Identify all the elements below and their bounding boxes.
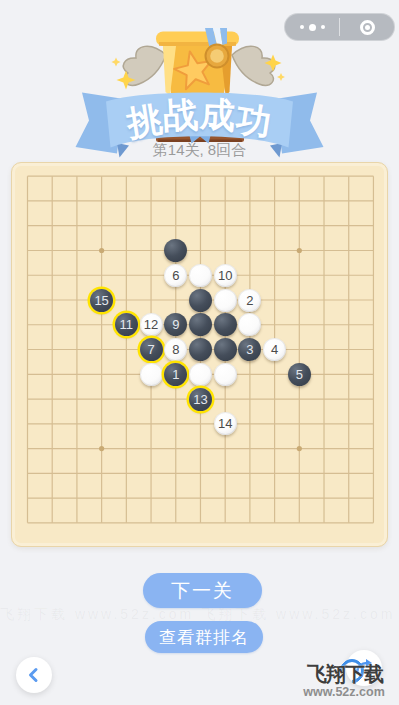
wing-right-icon bbox=[232, 46, 275, 85]
group-ranking-button[interactable]: 查看群排名 bbox=[145, 621, 263, 653]
stones-layer: 610152111297834151314 bbox=[12, 163, 387, 546]
stone-black-move-5: 5 bbox=[288, 363, 311, 386]
back-button[interactable] bbox=[16, 657, 52, 693]
stone-white-plain bbox=[140, 363, 163, 386]
stone-black-move-3: 3 bbox=[238, 338, 261, 361]
next-level-button[interactable]: 下一关 bbox=[143, 573, 262, 608]
app-screen: 挑战成功 第14关, 8回合 610152111297834151314 飞翔下… bbox=[0, 0, 399, 705]
stone-white-plain bbox=[214, 363, 237, 386]
banner-text: 挑战成功 bbox=[0, 96, 399, 134]
stone-black-plain bbox=[214, 338, 237, 361]
stone-black-plain bbox=[214, 313, 237, 336]
sparkle-icon bbox=[277, 73, 285, 81]
stone-white-move-14: 14 bbox=[214, 412, 237, 435]
stone-black-move-13: 13 bbox=[189, 388, 212, 411]
stone-white-move-8: 8 bbox=[164, 338, 187, 361]
sparkle-icon bbox=[112, 58, 121, 67]
stone-white-move-10: 10 bbox=[214, 264, 237, 287]
stone-black-plain bbox=[189, 313, 212, 336]
watermark-title: 飞翔下载 bbox=[305, 661, 385, 688]
stone-black-move-7: 7 bbox=[140, 338, 163, 361]
stone-white-plain bbox=[189, 264, 212, 287]
stone-black-plain bbox=[189, 338, 212, 361]
chevron-left-icon bbox=[26, 667, 42, 683]
stone-black-move-9: 9 bbox=[164, 313, 187, 336]
gomoku-board: 610152111297834151314 bbox=[11, 162, 388, 547]
stone-black-move-1: 1 bbox=[164, 363, 187, 386]
stone-white-plain bbox=[189, 363, 212, 386]
stone-white-move-4: 4 bbox=[263, 338, 286, 361]
stone-black-move-15: 15 bbox=[90, 289, 113, 312]
medal-icon bbox=[210, 49, 224, 63]
stone-black-plain bbox=[164, 239, 187, 262]
stone-white-move-2: 2 bbox=[238, 289, 261, 312]
level-subtitle: 第14关, 8回合 bbox=[0, 141, 399, 160]
stone-white-plain bbox=[238, 313, 261, 336]
stone-black-plain bbox=[189, 289, 212, 312]
stone-white-move-6: 6 bbox=[164, 264, 187, 287]
stone-white-plain bbox=[214, 289, 237, 312]
stone-white-move-12: 12 bbox=[140, 313, 163, 336]
watermark-url: www.52z.com bbox=[303, 685, 385, 699]
stone-black-move-11: 11 bbox=[115, 313, 138, 336]
